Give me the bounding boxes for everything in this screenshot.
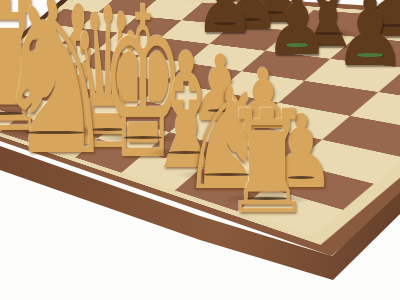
black-pawn-f7-felt <box>286 43 308 47</box>
white-knight-b1-base <box>26 131 83 134</box>
black-pawn-g7[interactable]: ♟ <box>333 0 400 80</box>
pieces-layer: ♟♟♟♟♝♟♟♟♜♟♝♛♞♚♝♞♟♜ <box>0 0 400 300</box>
white-knight-b1[interactable]: ♞ <box>0 0 116 186</box>
black-pawn-g7-felt <box>357 53 382 57</box>
white-rook-h1-base <box>247 197 287 200</box>
chessboard-photo: ♟♟♟♟♝♟♟♟♜♟♝♛♞♚♝♞♟♜ <box>0 0 400 300</box>
white-rook-h1[interactable]: ♜ <box>222 91 312 234</box>
